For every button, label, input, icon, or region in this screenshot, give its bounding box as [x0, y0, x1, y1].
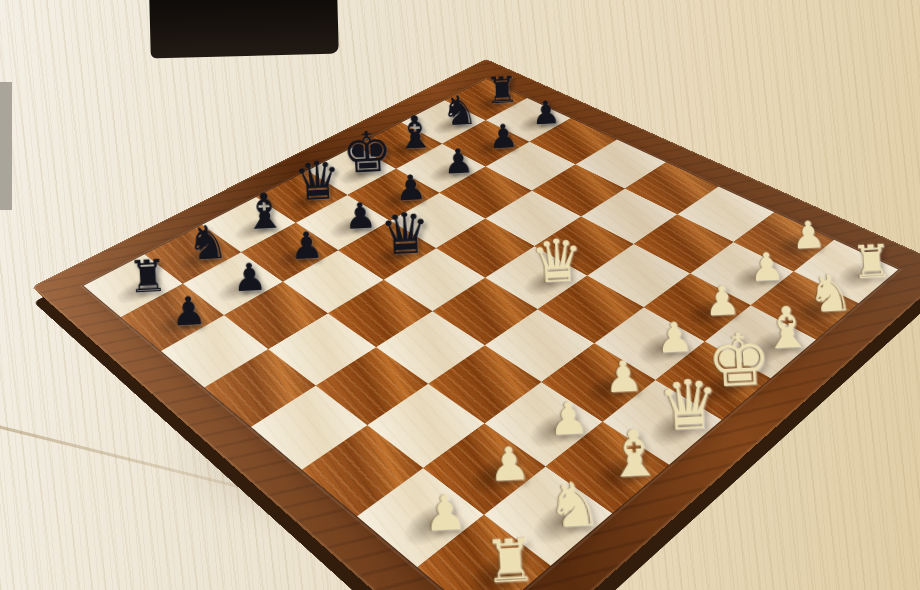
white-bishop-c1: ♝ [604, 422, 664, 486]
black-pawn-f7: ♟ [442, 145, 474, 179]
black-pawn-h7: ♟ [531, 97, 561, 129]
white-knight-b1: ♞ [546, 475, 604, 536]
black-pawn-g7: ♟ [488, 120, 519, 153]
white-queen-d1: ♛ [656, 372, 721, 440]
white-pawn-g2: ♟ [748, 248, 785, 287]
black-queen-d6: ♛ [378, 206, 432, 262]
black-knight-b8: ♞ [186, 220, 230, 266]
white-pawn-h2: ♟ [790, 216, 826, 254]
white-pawn-e2: ♟ [655, 317, 694, 358]
black-rook-a8: ♜ [127, 255, 169, 299]
white-rook-a1: ♜ [483, 532, 539, 590]
white-pawn-f2: ♟ [703, 281, 741, 321]
black-pawn-d7: ♟ [343, 198, 377, 234]
scene: ♜♞♝♛♚♝♞♜♟♟♟♟♟♟♟♟♛♛♟♟♟♟♟♟♟♟♜♞♝♛♚♝♞♜ [0, 0, 920, 590]
black-rook-h8: ♜ [485, 72, 519, 108]
chess-board-frame: ♜♞♝♛♚♝♞♜♟♟♟♟♟♟♟♟♛♛♟♟♟♟♟♟♟♟♜♞♝♛♚♝♞♜ [31, 59, 920, 590]
black-pawn-c7: ♟ [289, 227, 324, 264]
white-pawn-d2: ♟ [603, 355, 644, 398]
black-queen-d8: ♛ [292, 155, 342, 208]
white-pawn-c2: ♟ [547, 397, 589, 442]
black-bishop-c8: ♝ [241, 187, 287, 236]
chess-board-grid: ♜♞♝♛♚♝♞♜♟♟♟♟♟♟♟♟♛♛♟♟♟♟♟♟♟♟♜♞♝♛♚♝♞♜ [84, 79, 899, 590]
white-pawn-b2: ♟ [487, 441, 531, 487]
black-knight-g8: ♞ [441, 91, 479, 131]
white-queen-e4: ♛ [529, 232, 585, 291]
white-knight-g1: ♞ [807, 269, 855, 320]
black-king-e8: ♚ [341, 125, 394, 181]
white-pawn-a2: ♟ [422, 489, 468, 537]
black-pawn-a7: ♟ [170, 292, 207, 331]
white-rook-h1: ♜ [851, 239, 894, 284]
black-pawn-b7: ♟ [231, 258, 267, 296]
black-bishop-f8: ♝ [394, 111, 436, 156]
